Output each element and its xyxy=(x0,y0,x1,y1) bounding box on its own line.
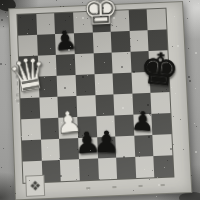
speckle xyxy=(188,76,190,78)
square-a3[interactable] xyxy=(21,119,40,141)
square-b2[interactable] xyxy=(41,139,61,161)
border-mark xyxy=(139,185,143,187)
black-pawn[interactable]: ♟ xyxy=(131,108,155,135)
black-pawn[interactable]: ♟ xyxy=(93,128,119,157)
square-f6[interactable] xyxy=(112,52,131,74)
speckle xyxy=(194,123,195,124)
square-e6[interactable] xyxy=(93,53,112,75)
speckle xyxy=(195,88,196,89)
speckle xyxy=(0,63,2,65)
speckle xyxy=(189,80,191,82)
corner-emblem-icon: ❖ xyxy=(25,175,45,197)
square-d1[interactable] xyxy=(79,158,99,180)
speckle xyxy=(1,19,3,21)
speckle xyxy=(198,3,199,4)
speckle xyxy=(56,0,57,1)
square-e1[interactable] xyxy=(98,158,118,180)
square-d6[interactable] xyxy=(75,53,94,75)
speckle xyxy=(1,167,2,168)
speckle xyxy=(10,186,11,187)
square-e7[interactable] xyxy=(92,32,111,54)
square-h8[interactable] xyxy=(147,9,166,31)
board-brand-text: EJ·CH xyxy=(12,74,22,122)
border-mark xyxy=(86,187,90,189)
square-g2[interactable] xyxy=(134,135,154,157)
speckle xyxy=(5,12,6,13)
black-pawn[interactable]: ♟ xyxy=(52,27,78,55)
square-e5[interactable] xyxy=(94,73,113,95)
square-f1[interactable] xyxy=(116,157,136,179)
square-f7[interactable] xyxy=(111,31,130,53)
square-g1[interactable] xyxy=(135,156,155,178)
square-h3[interactable] xyxy=(152,113,172,135)
speckle xyxy=(195,52,197,54)
photo-stage: ♚♟♛♚♟♟♟♟ ❖ EJ·CH xyxy=(0,0,200,200)
square-f4[interactable] xyxy=(114,94,134,116)
square-c1[interactable] xyxy=(60,159,80,181)
speckle xyxy=(189,1,190,2)
speckle xyxy=(195,151,197,153)
speckle xyxy=(187,18,188,19)
square-h1[interactable] xyxy=(154,155,174,177)
square-d5[interactable] xyxy=(75,74,94,96)
speckle xyxy=(156,196,157,197)
black-king[interactable]: ♚ xyxy=(137,46,180,93)
square-g8[interactable] xyxy=(128,9,147,31)
white-king[interactable]: ♚ xyxy=(81,0,120,32)
square-e4[interactable] xyxy=(95,94,115,116)
square-c6[interactable] xyxy=(56,54,75,76)
border-mark xyxy=(161,184,165,186)
square-a2[interactable] xyxy=(22,140,41,162)
square-c5[interactable] xyxy=(57,75,76,97)
speckle xyxy=(188,48,189,49)
chessboard: ♚♟♛♚♟♟♟♟ ❖ EJ·CH xyxy=(8,1,192,200)
square-h2[interactable] xyxy=(153,134,173,156)
speckle xyxy=(196,126,197,127)
border-mark xyxy=(112,186,116,188)
square-f5[interactable] xyxy=(113,73,133,95)
square-a8[interactable] xyxy=(17,14,36,36)
speckle xyxy=(3,26,4,27)
speckle xyxy=(3,148,4,149)
speckle xyxy=(191,175,192,176)
